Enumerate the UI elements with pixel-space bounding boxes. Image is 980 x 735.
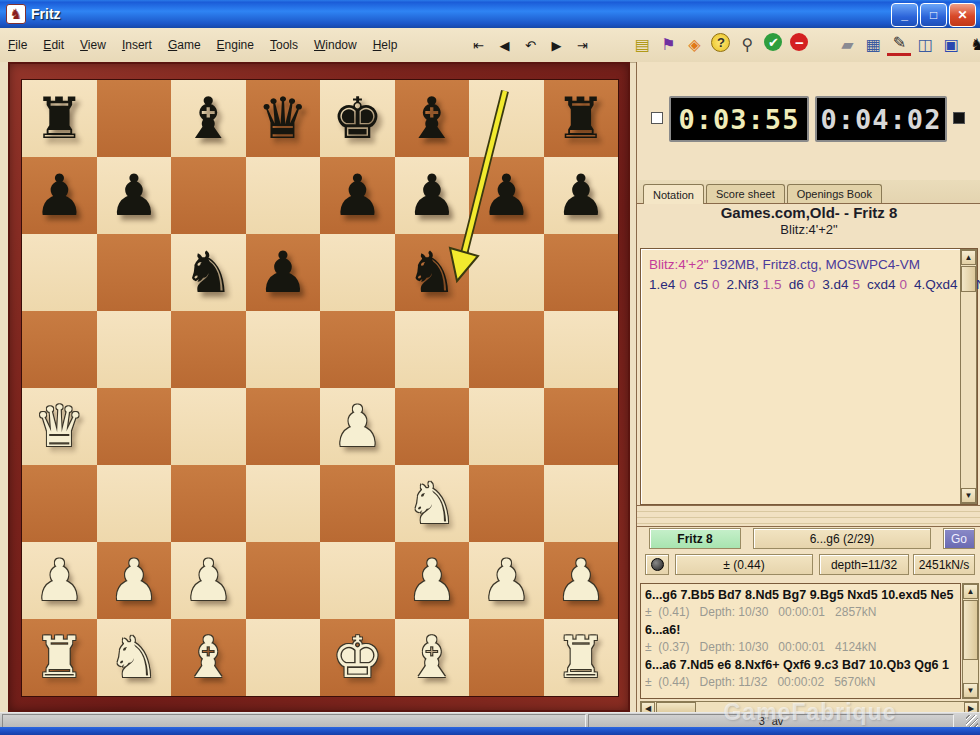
square-f2[interactable]: ♟ [395,542,470,619]
square-d6[interactable]: ♟ [246,234,321,311]
black-clock-time: 0:04:02 [821,104,942,135]
square-d8[interactable]: ♛ [246,80,321,157]
black-pawn-b7[interactable]: ♟ [108,167,159,224]
engine-line-moves[interactable]: 6...g6 7.Bb5 Bd7 8.Nd5 Bg7 9.Bg5 Nxd5 10… [645,586,956,604]
move-token[interactable]: 3.d4 [822,277,848,292]
square-g5[interactable] [469,311,544,388]
move-token[interactable]: d6 [789,277,804,292]
engine-scroll-thumb[interactable] [963,600,978,660]
square-h4[interactable] [544,388,619,465]
meta-engine-info: 192MB, Fritz8.ctg, MOSWPC4-VM [709,257,921,272]
black-bishop-f8[interactable]: ♝ [406,90,457,147]
time-token[interactable]: 0 [900,277,908,292]
square-f4[interactable] [395,388,470,465]
tab-score-sheet[interactable]: Score sheet [706,184,785,203]
goto-end-icon[interactable]: ⇥ [570,33,594,57]
square-c2[interactable]: ♟ [171,542,246,619]
square-f7[interactable]: ♟ [395,157,470,234]
square-e4[interactable]: ♟ [320,388,395,465]
engine-state-button[interactable] [645,554,669,575]
black-pawn-a7[interactable]: ♟ [34,167,85,224]
white-bishop-c1[interactable]: ♝ [183,629,234,686]
black-pawn-g7[interactable]: ♟ [481,167,532,224]
status-bar: 3" av [0,712,980,728]
move-token[interactable]: cxd4 [867,277,896,292]
square-d5[interactable] [246,311,321,388]
move-token[interactable]: c5 [694,277,708,292]
nav-button-group: ⇤ ◀ ↶ ▶ ⇥ [465,33,595,57]
right-panel: 0:03:55 0:04:02 Notation Score sheet Ope… [636,62,980,712]
engine-state-icon [651,558,664,571]
black-pawn-f7[interactable]: ♟ [406,167,457,224]
square-d2[interactable] [246,542,321,619]
white-pawn-f2[interactable]: ♟ [406,552,457,609]
goto-start-icon[interactable]: ⇤ [466,33,490,57]
square-h6[interactable] [544,234,619,311]
back-icon[interactable]: ◀ [492,33,516,57]
notation-scrollbar[interactable]: ▲ ▼ [960,249,977,504]
square-b2[interactable]: ♟ [97,542,172,619]
time-token[interactable]: 0 [679,277,687,292]
square-a2[interactable]: ♟ [22,542,97,619]
menu-item-help[interactable]: Help [365,34,406,56]
square-g4[interactable] [469,388,544,465]
square-a6[interactable] [22,234,97,311]
status-average-time: 3" av [759,715,784,727]
black-pawn-d6[interactable]: ♟ [257,244,308,301]
window-title: Fritz [31,6,61,22]
square-c3[interactable] [171,465,246,542]
square-g1[interactable] [469,619,544,696]
square-c8[interactable]: ♝ [171,80,246,157]
maximize-button[interactable]: □ [920,3,947,27]
square-e7[interactable]: ♟ [320,157,395,234]
database-icon[interactable]: ▦ [861,33,885,57]
title-bar: ♞ Fritz _ □ ✕ [0,0,980,28]
board-window-icon[interactable]: ◫ [913,33,937,57]
engine-stop-icon[interactable]: − [790,33,808,51]
time-token[interactable]: 1.5 [763,277,782,292]
square-f6[interactable]: ♞ [395,234,470,311]
window-bottom-border [0,727,980,735]
time-token[interactable]: 0 [712,277,720,292]
black-bishop-c8[interactable]: ♝ [183,90,234,147]
spar-mode-icon[interactable]: ◈ [682,33,706,57]
minimize-button[interactable]: _ [891,3,918,27]
move-list[interactable]: 1.e40c502.Nf31.5d603.d45cxd404.Qxd43Nc60… [649,275,949,295]
square-d7[interactable] [246,157,321,234]
white-pawn-a2[interactable]: ♟ [34,552,85,609]
black-pawn-e7[interactable]: ♟ [332,167,383,224]
resign-flag-icon[interactable]: ⚑ [656,33,680,57]
notation-tab-row: Notation Score sheet Openings Book [637,180,980,204]
engine-window-icon[interactable]: ▣ [939,33,963,57]
tab-openings-book[interactable]: Openings Book [787,184,882,203]
white-turn-indicator[interactable] [651,112,663,124]
engine-line-info: ± (0.37) Depth: 10/30 00:00:01 4124kN [645,639,956,656]
menu-item-insert[interactable]: Insert [114,34,160,56]
menu-item-game[interactable]: Game [160,34,209,56]
white-knight-f3[interactable]: ♞ [406,475,457,532]
square-h8[interactable]: ♜ [544,80,619,157]
move-token[interactable]: 4.Qxd4 [914,277,958,292]
chess-board[interactable]: ♜♝♛♚♝♜♟♟♟♟♟♟♞♟♞♛♟♞♟♟♟♟♟♟♜♞♝♚♝♜ [21,79,619,697]
app-knight-icon: ♞ [6,4,26,24]
white-pawn-e4[interactable]: ♟ [332,398,383,455]
engine-scroll-up-icon[interactable]: ▲ [963,584,978,599]
square-h5[interactable] [544,311,619,388]
panel-splitter[interactable] [637,505,980,527]
white-clock-time: 0:03:55 [679,104,800,135]
black-clock: 0:04:02 [815,96,947,142]
square-a4[interactable]: ♛ [22,388,97,465]
menu-item-view[interactable]: View [72,34,114,56]
white-knight-b1[interactable]: ♞ [108,629,159,686]
menu-item-file[interactable]: File [0,34,35,56]
square-g8[interactable] [469,80,544,157]
white-pawn-g2[interactable]: ♟ [481,552,532,609]
square-b4[interactable] [97,388,172,465]
square-e2[interactable] [320,542,395,619]
tab-notation[interactable]: Notation [643,184,704,204]
square-d1[interactable] [246,619,321,696]
fritz-window: ♞ Fritz _ □ ✕ FileEditViewInsertGameEngi… [0,0,980,735]
black-queen-d8[interactable]: ♛ [257,90,308,147]
scroll-down-icon[interactable]: ▼ [961,488,976,503]
scroll-up-icon[interactable]: ▲ [961,250,976,265]
square-a5[interactable] [22,311,97,388]
engine-line-moves[interactable]: 6...a6 7.Nd5 e6 8.Nxf6+ Qxf6 9.c3 Bd7 10… [645,656,956,674]
square-b6[interactable] [97,234,172,311]
menu-bar: FileEditViewInsertGameEngineToolsWindowH… [0,28,980,63]
square-e8[interactable]: ♚ [320,80,395,157]
black-knight-f6[interactable]: ♞ [406,244,457,301]
square-h7[interactable]: ♟ [544,157,619,234]
square-g3[interactable] [469,465,544,542]
game-header: Games.com,Old- - Fritz 8 Blitz:4'+2" [637,204,980,237]
annotate-icon[interactable]: ✎ [887,33,911,56]
status-pane-right: 3" av [588,714,954,728]
hint-icon[interactable]: ? [711,33,730,52]
close-button[interactable]: ✕ [949,3,976,27]
go-button[interactable]: Go [943,528,975,549]
square-b5[interactable] [97,311,172,388]
square-c1[interactable]: ♝ [171,619,246,696]
menu-item-tools[interactable]: Tools [262,34,306,56]
white-rook-h1[interactable]: ♜ [555,629,606,686]
square-c4[interactable] [171,388,246,465]
white-queen-a4[interactable]: ♛ [34,398,85,455]
time-token[interactable]: 5 [852,277,860,292]
engine-speed[interactable]: 2451kN/s [913,554,975,575]
square-c7[interactable] [171,157,246,234]
meta-timecontrol: Blitz:4'+2" [649,257,709,272]
engine-analysis-list[interactable]: 6...g6 7.Bb5 Bd7 8.Nd5 Bg7 9.Bg5 Nxd5 10… [640,583,961,699]
black-turn-indicator [953,112,965,124]
square-a7[interactable]: ♟ [22,157,97,234]
white-bishop-f1[interactable]: ♝ [406,629,457,686]
square-b1[interactable]: ♞ [97,619,172,696]
white-rook-a1[interactable]: ♜ [34,629,85,686]
menu-item-engine[interactable]: Engine [209,34,262,56]
move-token[interactable]: 2.Nf3 [727,277,759,292]
resize-grip[interactable] [966,715,978,727]
game-meta-line: Blitz:4'+2" 192MB, Fritz8.ctg, MOSWPC4-V… [649,255,949,275]
menu-item-window[interactable]: Window [306,34,365,56]
square-e1[interactable]: ♚ [320,619,395,696]
time-token[interactable]: 0 [808,277,816,292]
engine-eval[interactable]: ± (0.44) [675,554,813,575]
square-b8[interactable] [97,80,172,157]
notation-panel[interactable]: Blitz:4'+2" 192MB, Fritz8.ctg, MOSWPC4-V… [640,248,978,505]
takeback-icon[interactable]: ↶ [518,33,542,57]
square-e3[interactable] [320,465,395,542]
chess-board-frame: ♜♝♛♚♝♜♟♟♟♟♟♟♞♟♞♛♟♞♟♟♟♟♟♟♜♞♝♚♝♜ [8,62,630,712]
black-rook-h8[interactable]: ♜ [555,90,606,147]
menu-item-edit[interactable]: Edit [35,34,72,56]
square-e5[interactable] [320,311,395,388]
engine-depth[interactable]: depth=11/32 [819,554,909,575]
engine-scrollbar[interactable]: ▲ ▼ [962,583,979,699]
black-pawn-h7[interactable]: ♟ [555,167,606,224]
white-pawn-c2[interactable]: ♟ [183,552,234,609]
square-f1[interactable]: ♝ [395,619,470,696]
game-time-control: Blitz:4'+2" [637,222,980,237]
sparring-knight-icon[interactable]: ♞ [965,33,980,57]
black-rook-a8[interactable]: ♜ [34,90,85,147]
engine-name-button[interactable]: Fritz 8 [649,528,741,549]
engine-line-moves[interactable]: 6...a6! [645,621,956,639]
square-a1[interactable]: ♜ [22,619,97,696]
square-b3[interactable] [97,465,172,542]
square-c5[interactable] [171,311,246,388]
square-a3[interactable] [22,465,97,542]
notation-scroll-thumb[interactable] [961,266,976,292]
engine-line-info: ± (0.41) Depth: 10/30 00:00:01 2857kN [645,604,956,621]
engine-scroll-down-icon[interactable]: ▼ [963,683,978,698]
game-title: Games.com,Old- - Fritz 8 [637,204,980,221]
engine-line-info: ± (0.44) Depth: 11/32 00:00:02 5670kN [645,674,956,691]
white-pawn-h2[interactable]: ♟ [555,552,606,609]
square-g6[interactable] [469,234,544,311]
square-a8[interactable]: ♜ [22,80,97,157]
square-f3[interactable]: ♞ [395,465,470,542]
square-g2[interactable]: ♟ [469,542,544,619]
white-pawn-b2[interactable]: ♟ [108,552,159,609]
white-clock: 0:03:55 [669,96,809,142]
black-king-e8[interactable]: ♚ [332,90,383,147]
analyze-icon[interactable]: ⚲ [735,33,759,57]
new-game-icon[interactable]: ▤ [630,33,654,57]
square-c6[interactable]: ♞ [171,234,246,311]
square-f8[interactable]: ♝ [395,80,470,157]
square-f5[interactable] [395,311,470,388]
square-h3[interactable] [544,465,619,542]
left-margin [0,62,8,712]
engine-on-icon[interactable]: ✔ [764,33,782,51]
white-king-e1[interactable]: ♚ [332,629,383,686]
square-g7[interactable]: ♟ [469,157,544,234]
forward-icon[interactable]: ▶ [544,33,568,57]
square-h2[interactable]: ♟ [544,542,619,619]
square-h1[interactable]: ♜ [544,619,619,696]
black-knight-c6[interactable]: ♞ [183,244,234,301]
square-d4[interactable] [246,388,321,465]
square-b7[interactable]: ♟ [97,157,172,234]
square-e6[interactable] [320,234,395,311]
eraser-icon[interactable]: ▰ [835,33,859,57]
move-token[interactable]: 1.e4 [649,277,675,292]
square-d3[interactable] [246,465,321,542]
engine-current-move[interactable]: 6...g6 (2/29) [753,528,931,549]
status-pane-left [2,714,586,728]
